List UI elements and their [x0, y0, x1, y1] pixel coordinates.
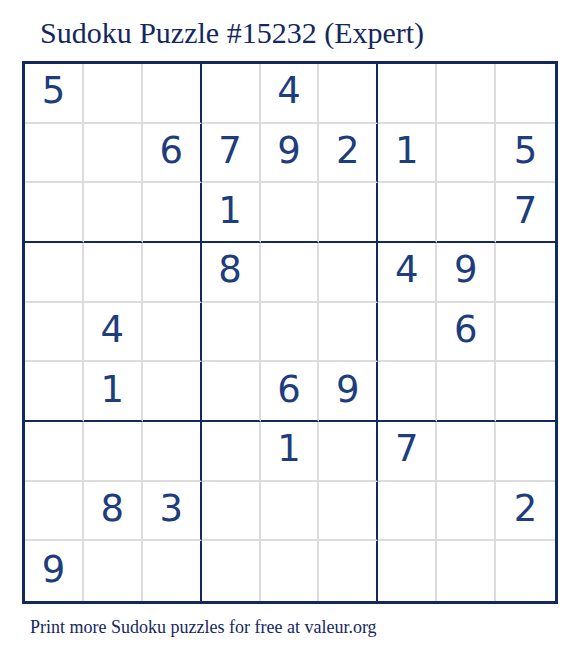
given-digit: 7: [218, 132, 242, 169]
cell-r4c3[interactable]: [143, 243, 202, 303]
given-digit: 6: [454, 311, 478, 348]
cell-r5c9[interactable]: [496, 303, 555, 363]
cell-r3c1[interactable]: [25, 183, 84, 243]
cell-r2c9[interactable]: 5: [496, 124, 555, 184]
cell-r1c6[interactable]: [319, 64, 378, 124]
given-digit: 1: [218, 192, 242, 229]
cell-r3c6[interactable]: [319, 183, 378, 243]
cell-r3c4[interactable]: 1: [202, 183, 261, 243]
cell-r6c3[interactable]: [143, 362, 202, 422]
given-digit: 1: [101, 371, 125, 408]
cell-r1c5[interactable]: 4: [261, 64, 320, 124]
cell-r7c9[interactable]: [496, 422, 555, 482]
given-digit: 9: [42, 551, 66, 588]
given-digit: 4: [277, 72, 301, 109]
cell-r2c7[interactable]: 1: [378, 124, 437, 184]
cell-r6c2[interactable]: 1: [84, 362, 143, 422]
cell-r5c6[interactable]: [319, 303, 378, 363]
sudoku-board: 546792151784946169178329: [22, 61, 558, 604]
given-digit: 1: [277, 430, 301, 467]
cell-r4c4[interactable]: 8: [202, 243, 261, 303]
cell-r6c6[interactable]: 9: [319, 362, 378, 422]
footer-text: Print more Sudoku puzzles for free at va…: [30, 617, 377, 638]
given-digit: 9: [454, 251, 478, 288]
cell-r4c1[interactable]: [25, 243, 84, 303]
given-digit: 9: [277, 132, 301, 169]
cell-r9c7[interactable]: [378, 541, 437, 601]
cell-r8c6[interactable]: [319, 482, 378, 542]
cell-r2c8[interactable]: [437, 124, 496, 184]
cell-r4c6[interactable]: [319, 243, 378, 303]
cell-r5c2[interactable]: 4: [84, 303, 143, 363]
given-digit: 4: [101, 311, 125, 348]
cell-r3c9[interactable]: 7: [496, 183, 555, 243]
sudoku-page: Sudoku Puzzle #15232 (Expert) 5467921517…: [0, 0, 580, 651]
given-digit: 6: [159, 132, 183, 169]
cell-r4c2[interactable]: [84, 243, 143, 303]
cell-r9c1[interactable]: 9: [25, 541, 84, 601]
cell-r3c8[interactable]: [437, 183, 496, 243]
given-digit: 2: [336, 132, 360, 169]
cell-r8c9[interactable]: 2: [496, 482, 555, 542]
cell-r5c5[interactable]: [261, 303, 320, 363]
cell-r8c2[interactable]: 8: [84, 482, 143, 542]
cell-r6c5[interactable]: 6: [261, 362, 320, 422]
cell-r3c5[interactable]: [261, 183, 320, 243]
cell-r7c4[interactable]: [202, 422, 261, 482]
cell-r2c5[interactable]: 9: [261, 124, 320, 184]
cell-r8c7[interactable]: [378, 482, 437, 542]
cell-r2c3[interactable]: 6: [143, 124, 202, 184]
given-digit: 4: [395, 251, 419, 288]
cell-r4c7[interactable]: 4: [378, 243, 437, 303]
cell-r8c8[interactable]: [437, 482, 496, 542]
given-digit: 7: [514, 192, 538, 229]
cell-r1c3[interactable]: [143, 64, 202, 124]
cell-r2c6[interactable]: 2: [319, 124, 378, 184]
page-title: Sudoku Puzzle #15232 (Expert): [40, 16, 424, 50]
cell-r9c2[interactable]: [84, 541, 143, 601]
cell-r4c8[interactable]: 9: [437, 243, 496, 303]
cell-r1c7[interactable]: [378, 64, 437, 124]
cell-r4c9[interactable]: [496, 243, 555, 303]
cell-r5c4[interactable]: [202, 303, 261, 363]
given-digit: 1: [395, 132, 419, 169]
cell-r7c7[interactable]: 7: [378, 422, 437, 482]
cell-r7c5[interactable]: 1: [261, 422, 320, 482]
cell-r5c1[interactable]: [25, 303, 84, 363]
cell-r9c4[interactable]: [202, 541, 261, 601]
given-digit: 9: [336, 371, 360, 408]
cell-r1c2[interactable]: [84, 64, 143, 124]
cell-r7c1[interactable]: [25, 422, 84, 482]
cell-r3c2[interactable]: [84, 183, 143, 243]
given-digit: 2: [514, 490, 538, 527]
cell-r2c1[interactable]: [25, 124, 84, 184]
cell-r6c4[interactable]: [202, 362, 261, 422]
cell-r2c4[interactable]: 7: [202, 124, 261, 184]
cell-r5c3[interactable]: [143, 303, 202, 363]
cell-r7c6[interactable]: [319, 422, 378, 482]
cell-r6c1[interactable]: [25, 362, 84, 422]
given-digit: 3: [159, 490, 183, 527]
cell-r7c8[interactable]: [437, 422, 496, 482]
cell-r4c5[interactable]: [261, 243, 320, 303]
cell-r1c9[interactable]: [496, 64, 555, 124]
cell-r3c7[interactable]: [378, 183, 437, 243]
cell-r8c4[interactable]: [202, 482, 261, 542]
cell-r6c9[interactable]: [496, 362, 555, 422]
given-digit: 8: [218, 251, 242, 288]
cell-r8c3[interactable]: 3: [143, 482, 202, 542]
given-digit: 6: [277, 371, 301, 408]
cell-r7c3[interactable]: [143, 422, 202, 482]
cell-r3c3[interactable]: [143, 183, 202, 243]
cell-r5c7[interactable]: [378, 303, 437, 363]
given-digit: 7: [395, 430, 419, 467]
cell-r9c6[interactable]: [319, 541, 378, 601]
cell-r9c5[interactable]: [261, 541, 320, 601]
cell-r8c5[interactable]: [261, 482, 320, 542]
cell-r1c8[interactable]: [437, 64, 496, 124]
cell-r1c1[interactable]: 5: [25, 64, 84, 124]
cell-r6c7[interactable]: [378, 362, 437, 422]
cell-r9c8[interactable]: [437, 541, 496, 601]
cell-r2c2[interactable]: [84, 124, 143, 184]
given-digit: 8: [101, 490, 125, 527]
cell-r5c8[interactable]: 6: [437, 303, 496, 363]
cell-r7c2[interactable]: [84, 422, 143, 482]
cell-r1c4[interactable]: [202, 64, 261, 124]
cell-r8c1[interactable]: [25, 482, 84, 542]
cell-r9c3[interactable]: [143, 541, 202, 601]
cell-r6c8[interactable]: [437, 362, 496, 422]
given-digit: 5: [42, 72, 66, 109]
given-digit: 5: [514, 132, 538, 169]
cell-r9c9[interactable]: [496, 541, 555, 601]
